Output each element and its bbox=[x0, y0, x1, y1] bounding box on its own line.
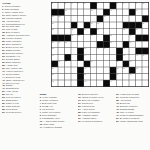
clue-item: 14. It might be straight bbox=[40, 126, 75, 129]
cell-number: 45 bbox=[123, 54, 125, 56]
clue-number: 31. bbox=[78, 120, 82, 123]
grid-cell[interactable] bbox=[110, 16, 116, 22]
grid-cell[interactable]: 12 bbox=[91, 9, 97, 15]
grid-cell[interactable]: 32 bbox=[129, 35, 135, 41]
grid-cell[interactable] bbox=[71, 61, 77, 67]
cell-number: 23 bbox=[71, 29, 73, 31]
grid-cell[interactable] bbox=[65, 74, 71, 80]
black-square bbox=[91, 29, 97, 35]
cell-number: 24 bbox=[84, 29, 86, 31]
cell-number: 55 bbox=[117, 67, 119, 69]
grid-cell[interactable]: 49 bbox=[65, 61, 71, 67]
grid-cell[interactable]: 1 bbox=[52, 3, 58, 9]
grid-cell[interactable] bbox=[91, 42, 97, 48]
grid-cell[interactable]: 46 bbox=[136, 54, 142, 60]
grid-cell[interactable] bbox=[91, 54, 97, 60]
cell-number: 9 bbox=[136, 3, 137, 5]
grid-cell[interactable] bbox=[142, 67, 148, 73]
cell-number: 38 bbox=[52, 48, 54, 50]
grid-cell[interactable] bbox=[58, 22, 64, 28]
clue-item: 56. "White Christmas" start bbox=[116, 120, 149, 123]
black-square bbox=[136, 22, 142, 28]
grid-cell[interactable] bbox=[65, 48, 71, 54]
down-clues-list-2: 15. Sudden appetite16. "Snow Leopard" be… bbox=[78, 93, 113, 122]
cell-number: 33 bbox=[52, 42, 54, 44]
black-square bbox=[110, 67, 116, 73]
grid-cell[interactable] bbox=[129, 80, 135, 86]
grid-cell[interactable] bbox=[136, 61, 142, 67]
grid-cell[interactable] bbox=[58, 74, 64, 80]
grid-cell[interactable] bbox=[91, 16, 97, 22]
grid-cell[interactable]: 25 bbox=[97, 29, 103, 35]
cell-number: 5 bbox=[84, 3, 85, 5]
black-square bbox=[142, 16, 148, 22]
cell-number: 29 bbox=[78, 35, 80, 37]
grid-cell[interactable] bbox=[58, 29, 64, 35]
grid-cell[interactable]: 18 bbox=[52, 22, 58, 28]
grid-cell[interactable] bbox=[65, 22, 71, 28]
grid-cell[interactable] bbox=[84, 9, 90, 15]
grid-cell[interactable] bbox=[136, 42, 142, 48]
grid-cell[interactable] bbox=[103, 22, 109, 28]
grid-cell[interactable] bbox=[71, 74, 77, 80]
crossword-grid: 1234567891011121314151617181920212223242… bbox=[51, 2, 149, 87]
cell-number: 35 bbox=[65, 42, 67, 44]
black-square bbox=[78, 74, 84, 80]
black-square bbox=[103, 80, 109, 86]
grid-cell[interactable] bbox=[103, 29, 109, 35]
cell-number: 12 bbox=[91, 9, 93, 11]
grid-cell[interactable] bbox=[58, 54, 64, 60]
grid-cell[interactable]: 45 bbox=[123, 54, 129, 60]
cell-number: 62 bbox=[52, 80, 54, 82]
grid-cell[interactable]: 22 bbox=[52, 29, 58, 35]
black-square bbox=[129, 9, 135, 15]
grid-cell[interactable] bbox=[110, 61, 116, 67]
grid-cell[interactable]: 35 bbox=[65, 42, 71, 48]
grid-cell[interactable]: 3 bbox=[71, 3, 77, 9]
grid-cell[interactable]: 47 bbox=[142, 54, 148, 60]
cell-number: 31 bbox=[110, 35, 112, 37]
grid-cell[interactable] bbox=[97, 54, 103, 60]
grid-cell[interactable] bbox=[84, 35, 90, 41]
grid-cell[interactable]: 19 bbox=[91, 22, 97, 28]
black-square bbox=[136, 48, 142, 54]
grid-cell[interactable] bbox=[136, 16, 142, 22]
cell-number: 49 bbox=[65, 61, 67, 63]
cell-number: 39 bbox=[84, 48, 86, 50]
grid-cell[interactable] bbox=[65, 29, 71, 35]
grid-cell[interactable] bbox=[110, 54, 116, 60]
grid-cell[interactable] bbox=[71, 9, 77, 15]
cell-number: 13 bbox=[110, 9, 112, 11]
grid-cell[interactable]: 39 bbox=[84, 48, 90, 54]
black-square bbox=[65, 54, 71, 60]
grid-cell[interactable]: 33 bbox=[52, 42, 58, 48]
black-square bbox=[78, 67, 84, 73]
cell-number: 7 bbox=[117, 3, 118, 5]
grid-cell[interactable] bbox=[110, 48, 116, 54]
grid-cell[interactable] bbox=[71, 48, 77, 54]
grid-cell[interactable] bbox=[142, 29, 148, 35]
cell-number: 18 bbox=[52, 22, 54, 24]
grid-cell[interactable]: 26 bbox=[123, 29, 129, 35]
cell-number: 17 bbox=[104, 16, 106, 18]
cell-number: 26 bbox=[123, 29, 125, 31]
cell-number: 1 bbox=[52, 3, 53, 5]
grid-cell[interactable] bbox=[78, 42, 84, 48]
down-clues-list-1: 2. Heavy reading3. WWW, notably?4. Best-… bbox=[40, 96, 75, 128]
cell-number: 56 bbox=[123, 67, 125, 69]
cell-number: 60 bbox=[117, 74, 119, 76]
grid-cell[interactable]: 42 bbox=[123, 48, 129, 54]
clue-number: 14. bbox=[40, 126, 44, 129]
grid-cell[interactable]: 9 bbox=[136, 3, 142, 9]
black-square bbox=[84, 61, 90, 67]
grid-cell[interactable]: 62 bbox=[52, 80, 58, 86]
grid-cell[interactable]: 24 bbox=[84, 29, 90, 35]
grid-cell[interactable]: 28 bbox=[71, 35, 77, 41]
grid-cell[interactable] bbox=[65, 80, 71, 86]
grid-cell[interactable] bbox=[65, 16, 71, 22]
grid-cell[interactable] bbox=[78, 61, 84, 67]
black-square bbox=[123, 22, 129, 28]
grid-cell[interactable]: 30 bbox=[91, 35, 97, 41]
grid-cell[interactable] bbox=[123, 35, 129, 41]
black-square bbox=[110, 74, 116, 80]
grid-cell[interactable]: 56 bbox=[123, 67, 129, 73]
grid-cell[interactable]: 14 bbox=[136, 9, 142, 15]
grid-cell[interactable] bbox=[110, 22, 116, 28]
black-square bbox=[116, 48, 122, 54]
grid-cell[interactable] bbox=[142, 80, 148, 86]
grid-cell[interactable] bbox=[103, 61, 109, 67]
black-square bbox=[103, 35, 109, 41]
cell-number: 2 bbox=[65, 3, 66, 5]
grid-cell[interactable] bbox=[58, 80, 64, 86]
grid-cell[interactable]: 44 bbox=[84, 54, 90, 60]
black-square bbox=[97, 42, 103, 48]
grid-cell[interactable] bbox=[103, 3, 109, 9]
grid-cell[interactable] bbox=[78, 16, 84, 22]
grid-cell[interactable] bbox=[58, 67, 64, 73]
grid-cell[interactable]: 20 bbox=[97, 22, 103, 28]
cell-number: 48 bbox=[58, 61, 60, 63]
grid-cell[interactable] bbox=[123, 74, 129, 80]
grid-cell[interactable] bbox=[84, 16, 90, 22]
black-square bbox=[84, 22, 90, 28]
grid-cell[interactable]: 10 bbox=[142, 3, 148, 9]
grid-cell[interactable]: 55 bbox=[116, 67, 122, 73]
grid-cell[interactable]: 43 bbox=[52, 54, 58, 60]
black-square bbox=[116, 54, 122, 60]
cell-number: 34 bbox=[58, 42, 60, 44]
grid-cell[interactable]: 38 bbox=[52, 48, 58, 54]
cell-number: 50 bbox=[91, 61, 93, 63]
grid-cell[interactable] bbox=[129, 3, 135, 9]
black-square bbox=[65, 35, 71, 41]
cell-number: 43 bbox=[52, 54, 54, 56]
grid-cell[interactable] bbox=[103, 67, 109, 73]
grid-cell[interactable] bbox=[142, 61, 148, 67]
grid-cell[interactable] bbox=[129, 54, 135, 60]
black-square bbox=[52, 61, 58, 67]
black-square bbox=[103, 42, 109, 48]
black-square bbox=[78, 80, 84, 86]
grid-cell[interactable] bbox=[129, 16, 135, 22]
cell-number: 21 bbox=[143, 22, 145, 24]
clue-item: 31. Lexicon's boundary? bbox=[78, 120, 113, 123]
grid-cell[interactable] bbox=[91, 67, 97, 73]
cell-number: 6 bbox=[97, 3, 98, 5]
grid-cell[interactable] bbox=[65, 67, 71, 73]
grid-cell[interactable] bbox=[91, 48, 97, 54]
cell-number: 57 bbox=[136, 67, 138, 69]
grid-cell[interactable] bbox=[71, 16, 77, 22]
grid-cell[interactable] bbox=[97, 61, 103, 67]
grid-cell[interactable] bbox=[142, 42, 148, 48]
cell-number: 58 bbox=[52, 74, 54, 76]
grid-cell[interactable] bbox=[116, 29, 122, 35]
cell-number: 25 bbox=[97, 29, 99, 31]
grid-cell[interactable] bbox=[71, 67, 77, 73]
grid-cell[interactable] bbox=[123, 16, 129, 22]
grid-cell[interactable] bbox=[97, 9, 103, 15]
cell-number: 54 bbox=[84, 67, 86, 69]
cell-number: 32 bbox=[130, 35, 132, 37]
black-square bbox=[78, 54, 84, 60]
grid-cell[interactable]: 61 bbox=[129, 74, 135, 80]
grid-cell[interactable]: 6 bbox=[97, 3, 103, 9]
cell-number: 19 bbox=[91, 22, 93, 24]
grid-cell[interactable] bbox=[116, 35, 122, 41]
cell-number: 14 bbox=[136, 9, 138, 11]
black-square bbox=[123, 42, 129, 48]
grid-cell[interactable] bbox=[129, 48, 135, 54]
grid-cell[interactable]: 58 bbox=[52, 74, 58, 80]
black-square bbox=[71, 22, 77, 28]
cell-number: 10 bbox=[143, 3, 145, 5]
black-square bbox=[129, 67, 135, 73]
grid-cell[interactable] bbox=[71, 80, 77, 86]
cell-number: 51 bbox=[117, 61, 119, 63]
grid-cell[interactable] bbox=[58, 48, 64, 54]
cell-number: 44 bbox=[84, 54, 86, 56]
grid-cell[interactable] bbox=[97, 35, 103, 41]
grid-cell[interactable] bbox=[116, 9, 122, 15]
grid-cell[interactable] bbox=[84, 42, 90, 48]
grid-cell[interactable] bbox=[91, 80, 97, 86]
grid-cell[interactable] bbox=[142, 74, 148, 80]
grid-cell[interactable] bbox=[103, 74, 109, 80]
grid-cell[interactable] bbox=[58, 3, 64, 9]
grid-cell[interactable] bbox=[97, 80, 103, 86]
black-square bbox=[58, 9, 64, 15]
grid-cell[interactable]: 11 bbox=[65, 9, 71, 15]
cell-number: 8 bbox=[123, 3, 124, 5]
crossword-page: Across 1. Wiped entrance6. Train dilemma… bbox=[0, 0, 150, 150]
grid-cell[interactable] bbox=[116, 16, 122, 22]
cell-number: 27 bbox=[136, 29, 138, 31]
grid-cell[interactable]: 57 bbox=[136, 67, 142, 73]
black-square bbox=[91, 3, 97, 9]
grid-cell[interactable]: 4 bbox=[78, 3, 84, 9]
cell-number: 16 bbox=[58, 16, 60, 18]
black-square bbox=[142, 35, 148, 41]
cell-number: 22 bbox=[52, 29, 54, 31]
grid-cell[interactable]: 34 bbox=[58, 42, 64, 48]
cell-number: 30 bbox=[91, 35, 93, 37]
grid-cell[interactable]: 16 bbox=[58, 16, 64, 22]
clue-number: 56. bbox=[116, 120, 120, 123]
grid-cell[interactable]: 15 bbox=[52, 16, 58, 22]
grid-cell[interactable]: 36 bbox=[110, 42, 116, 48]
grid-cell[interactable] bbox=[123, 9, 129, 15]
cell-number: 4 bbox=[78, 3, 79, 5]
grid-cell[interactable] bbox=[116, 80, 122, 86]
grid-cell[interactable]: 63 bbox=[84, 80, 90, 86]
black-square bbox=[58, 35, 64, 41]
cell-number: 11 bbox=[65, 9, 67, 11]
black-square bbox=[129, 29, 135, 35]
grid-cell[interactable]: 52 bbox=[129, 61, 135, 67]
black-square bbox=[78, 48, 84, 54]
grid-cell[interactable]: 13 bbox=[110, 9, 116, 15]
grid-cell[interactable]: 51 bbox=[116, 61, 122, 67]
black-square bbox=[110, 3, 116, 9]
down-clues-list-3: 36. It falls from on high37. Window desc… bbox=[116, 93, 149, 122]
grid-cell[interactable]: 59 bbox=[84, 74, 90, 80]
grid-cell[interactable] bbox=[78, 22, 84, 28]
black-square bbox=[78, 29, 84, 35]
cell-number: 41 bbox=[104, 48, 106, 50]
cell-number: 47 bbox=[143, 54, 145, 56]
grid-cell[interactable] bbox=[71, 54, 77, 60]
grid-cell[interactable] bbox=[97, 67, 103, 73]
black-square bbox=[142, 48, 148, 54]
grid-cell[interactable]: 31 bbox=[110, 35, 116, 41]
cell-number: 36 bbox=[110, 42, 112, 44]
grid-cell[interactable]: 53 bbox=[52, 67, 58, 73]
grid-cell[interactable]: 50 bbox=[91, 61, 97, 67]
cell-number: 20 bbox=[97, 22, 99, 24]
down-clues-column-3: 36. It falls from on high37. Window desc… bbox=[116, 93, 149, 149]
cell-number: 46 bbox=[136, 54, 138, 56]
grid-cell[interactable] bbox=[103, 54, 109, 60]
black-square bbox=[97, 16, 103, 22]
grid-cell[interactable]: 2 bbox=[65, 3, 71, 9]
grid-cell[interactable]: 64 bbox=[110, 80, 116, 86]
grid-cell[interactable]: 23 bbox=[71, 29, 77, 35]
grid-cell[interactable]: 5 bbox=[84, 3, 90, 9]
cell-number: 28 bbox=[71, 35, 73, 37]
grid-cell[interactable]: 29 bbox=[78, 35, 84, 41]
grid-cell[interactable]: 41 bbox=[103, 48, 109, 54]
grid-cell[interactable]: 60 bbox=[116, 74, 122, 80]
cell-number: 37 bbox=[130, 42, 132, 44]
cell-number: 59 bbox=[84, 74, 86, 76]
cell-number: 3 bbox=[71, 3, 72, 5]
cell-number: 15 bbox=[52, 16, 54, 18]
black-square bbox=[136, 35, 142, 41]
cell-number: 42 bbox=[123, 48, 125, 50]
black-square bbox=[123, 61, 129, 67]
cell-number: 40 bbox=[97, 48, 99, 50]
cell-number: 52 bbox=[130, 61, 132, 63]
grid-cell[interactable]: 40 bbox=[97, 48, 103, 54]
black-square bbox=[52, 9, 58, 15]
cell-number: 61 bbox=[130, 74, 132, 76]
grid-cell[interactable] bbox=[136, 74, 142, 80]
grid-cell[interactable] bbox=[123, 80, 129, 86]
grid-cell[interactable] bbox=[136, 80, 142, 86]
grid-cell[interactable] bbox=[142, 9, 148, 15]
black-square bbox=[129, 22, 135, 28]
grid-cell[interactable]: 37 bbox=[129, 42, 135, 48]
grid-cell[interactable]: 8 bbox=[123, 3, 129, 9]
cell-number: 53 bbox=[52, 67, 54, 69]
grid-cell[interactable] bbox=[116, 42, 122, 48]
grid-cell[interactable] bbox=[110, 29, 116, 35]
grid-cell[interactable] bbox=[97, 74, 103, 80]
down-clues-column-1: Down 2. Heavy reading3. WWW, notably?4. … bbox=[40, 93, 75, 149]
grid-cell[interactable]: 7 bbox=[116, 3, 122, 9]
grid-cell[interactable]: 27 bbox=[136, 29, 142, 35]
grid-cell[interactable]: 21 bbox=[142, 22, 148, 28]
clue-number: 59. bbox=[2, 111, 6, 114]
grid-cell[interactable] bbox=[71, 42, 77, 48]
grid-cell[interactable]: 48 bbox=[58, 61, 64, 67]
cell-number: 63 bbox=[84, 80, 86, 82]
grid-cell[interactable] bbox=[78, 9, 84, 15]
down-clues-column-2: 15. Sudden appetite16. "Snow Leopard" be… bbox=[78, 93, 113, 149]
grid-cell[interactable]: 54 bbox=[84, 67, 90, 73]
black-square bbox=[52, 35, 58, 41]
black-square bbox=[103, 9, 109, 15]
cell-number: 64 bbox=[110, 80, 112, 82]
grid-cell[interactable] bbox=[91, 74, 97, 80]
grid-cell[interactable] bbox=[116, 22, 122, 28]
grid-cell[interactable]: 17 bbox=[103, 16, 109, 22]
